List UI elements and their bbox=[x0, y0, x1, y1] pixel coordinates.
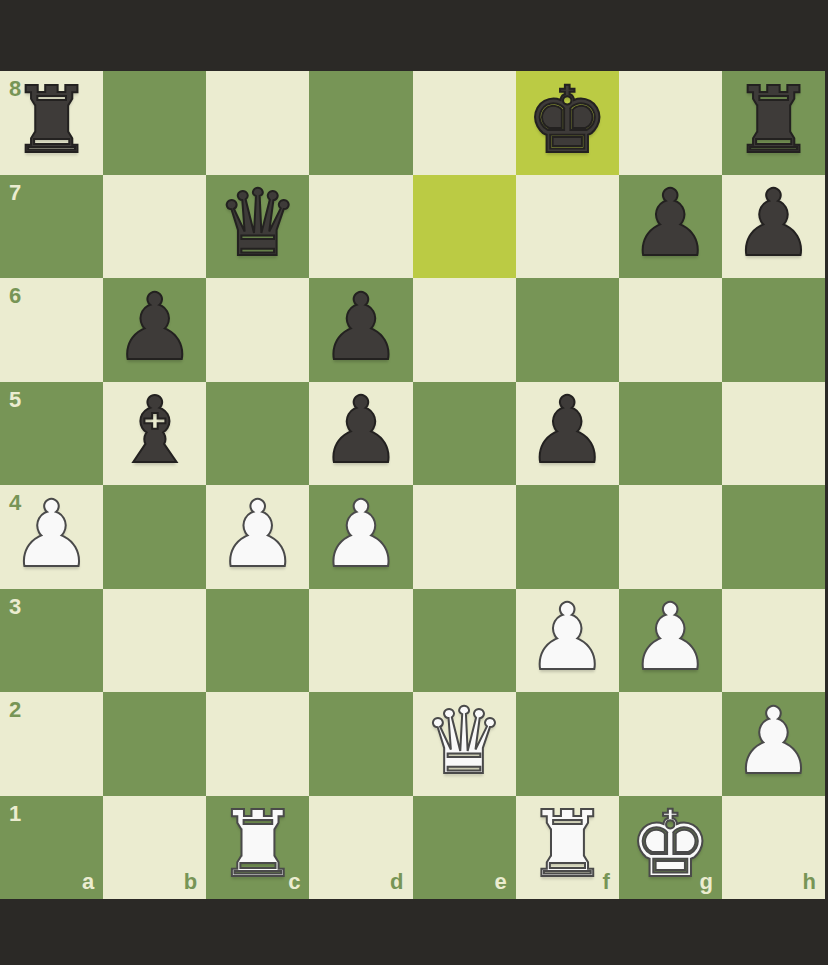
piece-white-pawn[interactable]: ♟ bbox=[320, 489, 402, 581]
square-e1[interactable]: e bbox=[413, 796, 516, 900]
rank-label-5: 5 bbox=[9, 387, 21, 413]
piece-white-queen[interactable]: ♛ bbox=[423, 696, 505, 788]
square-f4[interactable] bbox=[516, 485, 619, 589]
square-e6[interactable] bbox=[413, 278, 516, 382]
square-f8[interactable]: ♚ bbox=[516, 71, 619, 175]
square-d3[interactable] bbox=[309, 589, 412, 693]
piece-black-pawn[interactable]: ♟ bbox=[320, 385, 402, 477]
piece-black-rook[interactable]: ♜ bbox=[732, 75, 814, 167]
square-c4[interactable]: ♟ bbox=[206, 485, 309, 589]
square-f1[interactable]: f♜ bbox=[516, 796, 619, 900]
square-f6[interactable] bbox=[516, 278, 619, 382]
square-d2[interactable] bbox=[309, 692, 412, 796]
square-g5[interactable] bbox=[619, 382, 722, 486]
square-h2[interactable]: ♟ bbox=[722, 692, 825, 796]
square-a5[interactable]: 5 bbox=[0, 382, 103, 486]
piece-white-pawn[interactable]: ♟ bbox=[217, 489, 299, 581]
rank-label-1: 1 bbox=[9, 801, 21, 827]
rank-label-3: 3 bbox=[9, 594, 21, 620]
square-h8[interactable]: ♜ bbox=[722, 71, 825, 175]
chess-board[interactable]: 8♜♚♜7♛♟♟6♟♟5♝♟♟4♟♟♟3♟♟2♛♟1abc♜def♜g♚h bbox=[0, 71, 825, 899]
square-b6[interactable]: ♟ bbox=[103, 278, 206, 382]
piece-white-pawn[interactable]: ♟ bbox=[732, 696, 814, 788]
square-a6[interactable]: 6 bbox=[0, 278, 103, 382]
square-h3[interactable] bbox=[722, 589, 825, 693]
square-a1[interactable]: 1a bbox=[0, 796, 103, 900]
square-a4[interactable]: 4♟ bbox=[0, 485, 103, 589]
piece-black-pawn[interactable]: ♟ bbox=[629, 178, 711, 270]
square-h1[interactable]: h bbox=[722, 796, 825, 900]
piece-white-pawn[interactable]: ♟ bbox=[526, 592, 608, 684]
square-b2[interactable] bbox=[103, 692, 206, 796]
piece-black-bishop[interactable]: ♝ bbox=[113, 385, 195, 477]
bottom-bar bbox=[0, 899, 828, 965]
square-g2[interactable] bbox=[619, 692, 722, 796]
square-g1[interactable]: g♚ bbox=[619, 796, 722, 900]
square-h7[interactable]: ♟ bbox=[722, 175, 825, 279]
file-label-a: a bbox=[82, 869, 94, 895]
square-d1[interactable]: d bbox=[309, 796, 412, 900]
square-b1[interactable]: b bbox=[103, 796, 206, 900]
square-f7[interactable] bbox=[516, 175, 619, 279]
square-d4[interactable]: ♟ bbox=[309, 485, 412, 589]
square-a3[interactable]: 3 bbox=[0, 589, 103, 693]
piece-black-pawn[interactable]: ♟ bbox=[732, 178, 814, 270]
file-label-b: b bbox=[184, 869, 197, 895]
square-b5[interactable]: ♝ bbox=[103, 382, 206, 486]
square-a7[interactable]: 7 bbox=[0, 175, 103, 279]
file-label-h: h bbox=[803, 869, 816, 895]
square-d8[interactable] bbox=[309, 71, 412, 175]
square-h4[interactable] bbox=[722, 485, 825, 589]
rank-label-2: 2 bbox=[9, 697, 21, 723]
piece-white-pawn[interactable]: ♟ bbox=[10, 489, 92, 581]
file-label-e: e bbox=[494, 869, 506, 895]
rank-label-6: 6 bbox=[9, 283, 21, 309]
square-f5[interactable]: ♟ bbox=[516, 382, 619, 486]
square-d5[interactable]: ♟ bbox=[309, 382, 412, 486]
rank-label-7: 7 bbox=[9, 180, 21, 206]
square-e4[interactable] bbox=[413, 485, 516, 589]
square-c3[interactable] bbox=[206, 589, 309, 693]
square-c6[interactable] bbox=[206, 278, 309, 382]
square-h5[interactable] bbox=[722, 382, 825, 486]
square-b7[interactable] bbox=[103, 175, 206, 279]
piece-white-rook[interactable]: ♜ bbox=[217, 799, 299, 891]
piece-black-king[interactable]: ♚ bbox=[526, 75, 608, 167]
piece-white-king[interactable]: ♚ bbox=[629, 799, 711, 891]
square-a8[interactable]: 8♜ bbox=[0, 71, 103, 175]
square-g8[interactable] bbox=[619, 71, 722, 175]
square-c2[interactable] bbox=[206, 692, 309, 796]
piece-white-rook[interactable]: ♜ bbox=[526, 799, 608, 891]
square-h6[interactable] bbox=[722, 278, 825, 382]
square-c5[interactable] bbox=[206, 382, 309, 486]
square-f3[interactable]: ♟ bbox=[516, 589, 619, 693]
piece-black-pawn[interactable]: ♟ bbox=[113, 282, 195, 374]
top-bar bbox=[0, 0, 828, 71]
square-b8[interactable] bbox=[103, 71, 206, 175]
square-g6[interactable] bbox=[619, 278, 722, 382]
square-e7[interactable] bbox=[413, 175, 516, 279]
square-e3[interactable] bbox=[413, 589, 516, 693]
square-g4[interactable] bbox=[619, 485, 722, 589]
square-e2[interactable]: ♛ bbox=[413, 692, 516, 796]
square-a2[interactable]: 2 bbox=[0, 692, 103, 796]
square-b3[interactable] bbox=[103, 589, 206, 693]
piece-white-pawn[interactable]: ♟ bbox=[629, 592, 711, 684]
piece-black-pawn[interactable]: ♟ bbox=[320, 282, 402, 374]
square-e5[interactable] bbox=[413, 382, 516, 486]
square-c1[interactable]: c♜ bbox=[206, 796, 309, 900]
square-g7[interactable]: ♟ bbox=[619, 175, 722, 279]
piece-black-queen[interactable]: ♛ bbox=[217, 178, 299, 270]
piece-black-rook[interactable]: ♜ bbox=[10, 75, 92, 167]
square-d6[interactable]: ♟ bbox=[309, 278, 412, 382]
square-c7[interactable]: ♛ bbox=[206, 175, 309, 279]
square-d7[interactable] bbox=[309, 175, 412, 279]
square-g3[interactable]: ♟ bbox=[619, 589, 722, 693]
piece-black-pawn[interactable]: ♟ bbox=[526, 385, 608, 477]
square-c8[interactable] bbox=[206, 71, 309, 175]
square-e8[interactable] bbox=[413, 71, 516, 175]
square-f2[interactable] bbox=[516, 692, 619, 796]
square-b4[interactable] bbox=[103, 485, 206, 589]
chess-app: 8♜♚♜7♛♟♟6♟♟5♝♟♟4♟♟♟3♟♟2♛♟1abc♜def♜g♚h bbox=[0, 0, 828, 965]
file-label-d: d bbox=[390, 869, 403, 895]
